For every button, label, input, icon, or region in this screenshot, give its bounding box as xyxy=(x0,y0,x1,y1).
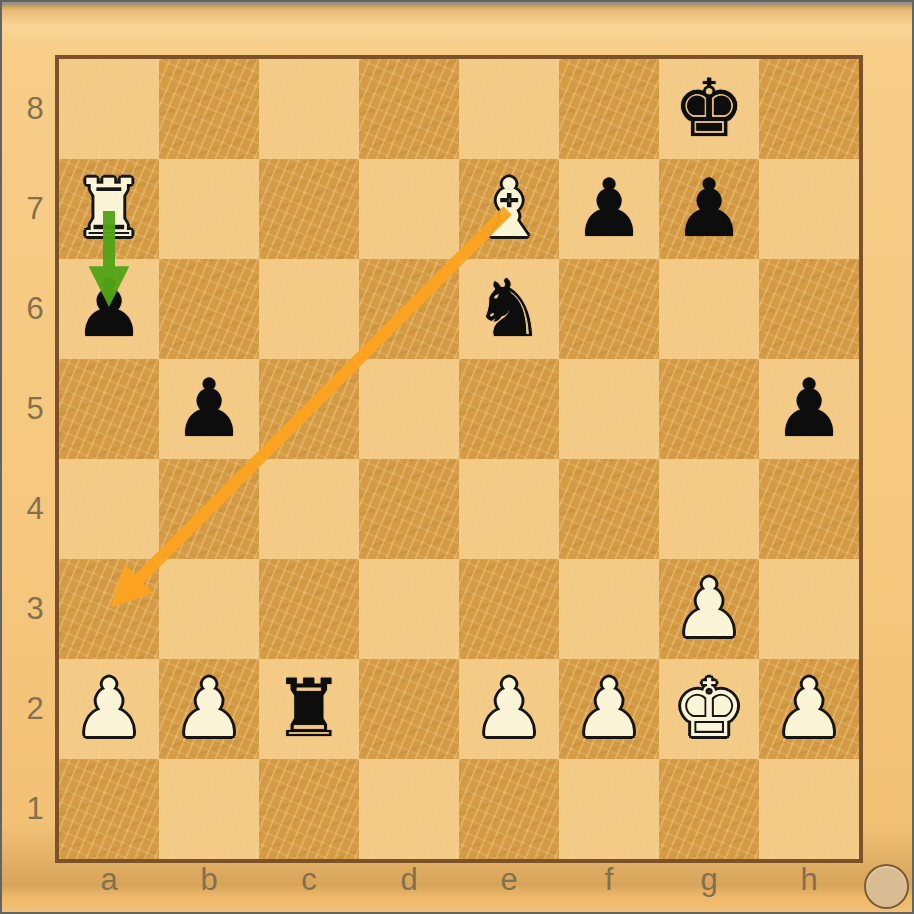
square-g6[interactable] xyxy=(659,259,759,359)
square-f5[interactable] xyxy=(559,359,659,459)
square-e3[interactable] xyxy=(459,559,559,659)
square-a6[interactable]: ♟ xyxy=(59,259,159,359)
square-d2[interactable] xyxy=(359,659,459,759)
white-pawn-e2[interactable]: ♟ xyxy=(459,659,559,759)
square-e7[interactable]: ♝ xyxy=(459,159,559,259)
black-pawn-f7[interactable]: ♟ xyxy=(559,159,659,259)
square-e6[interactable]: ♞ xyxy=(459,259,559,359)
file-label-h: h xyxy=(759,861,859,901)
parchment-background: { "game": "chess", "position": { "fen": … xyxy=(0,0,914,914)
square-c3[interactable] xyxy=(259,559,359,659)
black-knight-e6[interactable]: ♞ xyxy=(459,259,559,359)
square-b3[interactable] xyxy=(159,559,259,659)
rank-label-2: 2 xyxy=(14,659,56,759)
square-b4[interactable] xyxy=(159,459,259,559)
chess-board[interactable]: ♚♜♝♟♟♟♞♟♟♟♟♟♜♟♟♚♟ xyxy=(59,59,859,859)
square-f1[interactable] xyxy=(559,759,659,859)
square-a8[interactable] xyxy=(59,59,159,159)
black-pawn-h5[interactable]: ♟ xyxy=(759,359,859,459)
corner-circle-button[interactable] xyxy=(864,864,909,909)
square-a5[interactable] xyxy=(59,359,159,459)
square-b2[interactable]: ♟ xyxy=(159,659,259,759)
square-f4[interactable] xyxy=(559,459,659,559)
square-h5[interactable]: ♟ xyxy=(759,359,859,459)
square-h6[interactable] xyxy=(759,259,859,359)
square-e5[interactable] xyxy=(459,359,559,459)
square-a4[interactable] xyxy=(59,459,159,559)
square-c8[interactable] xyxy=(259,59,359,159)
white-pawn-g3[interactable]: ♟ xyxy=(659,559,759,659)
square-g5[interactable] xyxy=(659,359,759,459)
square-c2[interactable]: ♜ xyxy=(259,659,359,759)
black-pawn-g7[interactable]: ♟ xyxy=(659,159,759,259)
square-c4[interactable] xyxy=(259,459,359,559)
white-pawn-b2[interactable]: ♟ xyxy=(159,659,259,759)
white-bishop-e7[interactable]: ♝ xyxy=(459,159,559,259)
square-h2[interactable]: ♟ xyxy=(759,659,859,759)
square-h8[interactable] xyxy=(759,59,859,159)
black-pawn-b5[interactable]: ♟ xyxy=(159,359,259,459)
square-g3[interactable]: ♟ xyxy=(659,559,759,659)
square-c5[interactable] xyxy=(259,359,359,459)
square-f7[interactable]: ♟ xyxy=(559,159,659,259)
file-label-a: a xyxy=(59,861,159,901)
square-e8[interactable] xyxy=(459,59,559,159)
square-b1[interactable] xyxy=(159,759,259,859)
square-d3[interactable] xyxy=(359,559,459,659)
square-d6[interactable] xyxy=(359,259,459,359)
square-f3[interactable] xyxy=(559,559,659,659)
square-a7[interactable]: ♜ xyxy=(59,159,159,259)
square-d8[interactable] xyxy=(359,59,459,159)
white-king-g2[interactable]: ♚ xyxy=(659,659,759,759)
square-g4[interactable] xyxy=(659,459,759,559)
file-label-g: g xyxy=(659,861,759,901)
square-d4[interactable] xyxy=(359,459,459,559)
square-h3[interactable] xyxy=(759,559,859,659)
rank-label-6: 6 xyxy=(14,259,56,359)
square-a2[interactable]: ♟ xyxy=(59,659,159,759)
square-g7[interactable]: ♟ xyxy=(659,159,759,259)
square-d5[interactable] xyxy=(359,359,459,459)
rank-label-4: 4 xyxy=(14,459,56,559)
chess-board-frame: ♚♜♝♟♟♟♞♟♟♟♟♟♜♟♟♚♟ xyxy=(55,55,863,863)
square-b5[interactable]: ♟ xyxy=(159,359,259,459)
square-g8[interactable]: ♚ xyxy=(659,59,759,159)
white-rook-a7[interactable]: ♜ xyxy=(59,159,159,259)
square-f8[interactable] xyxy=(559,59,659,159)
square-a1[interactable] xyxy=(59,759,159,859)
rank-label-7: 7 xyxy=(14,159,56,259)
rank-label-8: 8 xyxy=(14,59,56,159)
square-d1[interactable] xyxy=(359,759,459,859)
rank-label-1: 1 xyxy=(14,759,56,859)
square-c7[interactable] xyxy=(259,159,359,259)
white-pawn-f2[interactable]: ♟ xyxy=(559,659,659,759)
white-pawn-a2[interactable]: ♟ xyxy=(59,659,159,759)
file-label-e: e xyxy=(459,861,559,901)
square-f2[interactable]: ♟ xyxy=(559,659,659,759)
file-label-c: c xyxy=(259,861,359,901)
black-king-g8[interactable]: ♚ xyxy=(659,59,759,159)
square-e1[interactable] xyxy=(459,759,559,859)
square-c6[interactable] xyxy=(259,259,359,359)
square-b7[interactable] xyxy=(159,159,259,259)
square-g2[interactable]: ♚ xyxy=(659,659,759,759)
square-h1[interactable] xyxy=(759,759,859,859)
square-e2[interactable]: ♟ xyxy=(459,659,559,759)
square-e4[interactable] xyxy=(459,459,559,559)
square-f6[interactable] xyxy=(559,259,659,359)
file-label-d: d xyxy=(359,861,459,901)
white-pawn-h2[interactable]: ♟ xyxy=(759,659,859,759)
square-g1[interactable] xyxy=(659,759,759,859)
rank-label-3: 3 xyxy=(14,559,56,659)
file-label-f: f xyxy=(559,861,659,901)
file-label-b: b xyxy=(159,861,259,901)
square-h7[interactable] xyxy=(759,159,859,259)
square-b8[interactable] xyxy=(159,59,259,159)
square-d7[interactable] xyxy=(359,159,459,259)
square-h4[interactable] xyxy=(759,459,859,559)
square-b6[interactable] xyxy=(159,259,259,359)
rank-label-5: 5 xyxy=(14,359,56,459)
black-pawn-a6[interactable]: ♟ xyxy=(59,259,159,359)
black-rook-c2[interactable]: ♜ xyxy=(259,659,359,759)
square-c1[interactable] xyxy=(259,759,359,859)
square-a3[interactable] xyxy=(59,559,159,659)
